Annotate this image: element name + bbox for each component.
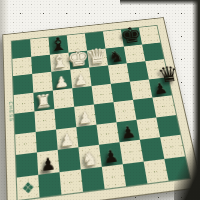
piece-black-pawn[interactable]: ♟	[103, 147, 120, 166]
piece-white-pawn[interactable]: ♟	[59, 131, 75, 149]
square-a2[interactable]	[16, 152, 38, 177]
square-b1[interactable]	[38, 172, 61, 198]
piece-white-pawn[interactable]: ♟	[77, 109, 93, 126]
square-d5[interactable]	[72, 86, 94, 107]
square-c1[interactable]	[59, 169, 83, 194]
square-h7[interactable]	[142, 42, 164, 61]
square-a4[interactable]	[14, 111, 35, 133]
square-a1[interactable]: ❖	[17, 174, 40, 200]
square-d3[interactable]	[76, 124, 99, 147]
piece-black-pawn[interactable]: ♟	[120, 124, 137, 142]
square-b7[interactable]	[31, 54, 51, 74]
shadow-top-edge	[120, 0, 200, 5]
square-e6[interactable]	[89, 65, 110, 85]
chessboard: ♝♚♝♚♛♞♟♟♜♟♟♟♟♟♞♟❖	[12, 26, 190, 200]
square-d1[interactable]	[81, 166, 105, 191]
square-c5[interactable]	[53, 88, 74, 109]
piece-black-pawn[interactable]: ♟	[40, 155, 56, 174]
square-a3[interactable]	[15, 131, 37, 155]
piece-black-knight[interactable]: ♞	[108, 48, 125, 65]
table-shadow-bottom-right	[174, 130, 200, 200]
square-b5[interactable]: ♜	[33, 90, 54, 111]
piece-white-rook[interactable]: ♜	[35, 92, 53, 112]
square-b2[interactable]: ♟	[37, 150, 60, 174]
square-d4[interactable]: ♟	[74, 104, 96, 126]
board-logo-emblem: ❖	[21, 179, 34, 195]
square-h4[interactable]	[152, 95, 175, 117]
piece-white-knight[interactable]: ♞	[81, 148, 100, 169]
square-e7[interactable]: ♛	[87, 48, 108, 67]
square-c4[interactable]	[54, 107, 76, 129]
square-a8[interactable]	[12, 39, 31, 58]
square-d6[interactable]: ♟	[70, 68, 91, 88]
square-d2[interactable]: ♞	[78, 145, 101, 169]
square-a7[interactable]	[12, 56, 32, 76]
square-a6[interactable]	[13, 74, 33, 95]
square-c2[interactable]	[58, 147, 81, 171]
square-b4[interactable]	[34, 109, 56, 131]
square-b3[interactable]	[36, 129, 58, 152]
square-c3[interactable]: ♟	[56, 127, 78, 150]
square-a5[interactable]	[14, 92, 35, 114]
square-c6[interactable]: ♟	[51, 70, 72, 90]
